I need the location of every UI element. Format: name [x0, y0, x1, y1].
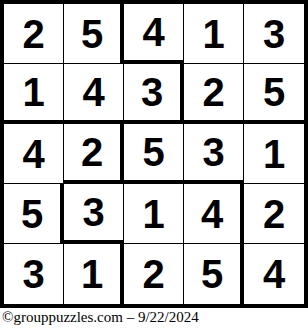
- cell-r3c1[interactable]: 4: [4, 124, 64, 184]
- cell-r1c4[interactable]: 1: [184, 4, 244, 64]
- sudoku-board: 2541314325425315314231254: [0, 0, 308, 308]
- cell-r3c4[interactable]: 3: [184, 124, 244, 184]
- cell-r2c1[interactable]: 1: [4, 64, 64, 124]
- cell-r2c2[interactable]: 4: [64, 64, 124, 124]
- cell-r4c1[interactable]: 5: [4, 184, 64, 244]
- cell-r2c5[interactable]: 5: [244, 64, 304, 124]
- cell-r1c5[interactable]: 3: [244, 4, 304, 64]
- cell-r4c3[interactable]: 1: [124, 184, 184, 244]
- cell-r4c5[interactable]: 2: [244, 184, 304, 244]
- cell-r3c2[interactable]: 2: [64, 124, 124, 184]
- cell-r1c1[interactable]: 2: [4, 4, 64, 64]
- cell-r1c2[interactable]: 5: [64, 4, 124, 64]
- cell-r4c4[interactable]: 4: [184, 184, 244, 244]
- cell-r5c1[interactable]: 3: [4, 244, 64, 304]
- cell-r3c3[interactable]: 5: [124, 124, 184, 184]
- cell-r2c3[interactable]: 3: [124, 64, 184, 124]
- cell-r3c5[interactable]: 1: [244, 124, 304, 184]
- copyright-credit: ©grouppuzzles.com – 9/22/2024: [2, 309, 306, 329]
- cell-r4c2[interactable]: 3: [64, 184, 124, 244]
- cell-r5c3[interactable]: 2: [124, 244, 184, 304]
- cell-r5c2[interactable]: 1: [64, 244, 124, 304]
- cell-r1c3[interactable]: 4: [124, 4, 184, 64]
- cell-r5c4[interactable]: 5: [184, 244, 244, 304]
- cell-r5c5[interactable]: 4: [244, 244, 304, 304]
- cell-r2c4[interactable]: 2: [184, 64, 244, 124]
